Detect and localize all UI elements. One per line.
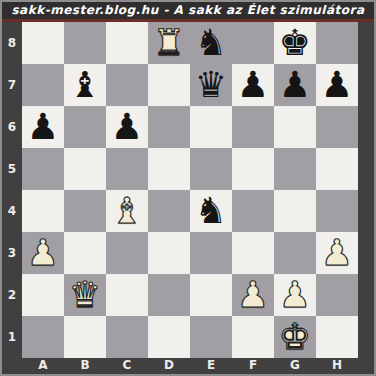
square-f4[interactable]: [232, 190, 274, 232]
file-label-C: C: [106, 358, 148, 374]
rank-label-7: 7: [2, 64, 22, 106]
chess-diagram-window: sakk-mester.blog.hu - A sakk az Élet szi…: [0, 0, 376, 376]
square-b3[interactable]: [64, 232, 106, 274]
square-g1[interactable]: ♚: [274, 316, 316, 358]
square-e3[interactable]: [190, 232, 232, 274]
square-d4[interactable]: [148, 190, 190, 232]
square-g7[interactable]: ♟: [274, 64, 316, 106]
square-h6[interactable]: [316, 106, 358, 148]
square-b2[interactable]: ♛: [64, 274, 106, 316]
square-b7[interactable]: ♝: [64, 64, 106, 106]
square-h5[interactable]: [316, 148, 358, 190]
square-h1[interactable]: [316, 316, 358, 358]
square-b5[interactable]: [64, 148, 106, 190]
square-d2[interactable]: [148, 274, 190, 316]
square-c4[interactable]: ♝: [106, 190, 148, 232]
square-d3[interactable]: [148, 232, 190, 274]
file-label-H: H: [316, 358, 358, 374]
right-gutter: [358, 22, 374, 358]
square-a6[interactable]: ♟: [22, 106, 64, 148]
square-c5[interactable]: [106, 148, 148, 190]
white-pawn-piece[interactable]: ♟: [321, 232, 353, 274]
square-g8[interactable]: ♚: [274, 22, 316, 64]
square-f5[interactable]: [232, 148, 274, 190]
chess-board: ♜♞♚♝♛♟♟♟♟♟♝♞♟♟♛♟♟♚: [22, 22, 358, 358]
square-f1[interactable]: [232, 316, 274, 358]
square-d8[interactable]: ♜: [148, 22, 190, 64]
white-pawn-piece[interactable]: ♟: [279, 274, 311, 316]
square-h4[interactable]: [316, 190, 358, 232]
square-c1[interactable]: [106, 316, 148, 358]
square-c3[interactable]: [106, 232, 148, 274]
file-label-E: E: [190, 358, 232, 374]
square-d5[interactable]: [148, 148, 190, 190]
file-label-A: A: [22, 358, 64, 374]
board-area: 87654321 ♜♞♚♝♛♟♟♟♟♟♝♞♟♟♛♟♟♚: [2, 22, 374, 358]
rank-label-4: 4: [2, 190, 22, 232]
black-king-piece[interactable]: ♚: [279, 22, 311, 64]
rank-label-1: 1: [2, 316, 22, 358]
white-rook-piece[interactable]: ♜: [153, 22, 185, 64]
black-knight-piece[interactable]: ♞: [195, 190, 227, 232]
square-h2[interactable]: [316, 274, 358, 316]
rank-label-5: 5: [2, 148, 22, 190]
square-a2[interactable]: [22, 274, 64, 316]
square-e6[interactable]: [190, 106, 232, 148]
square-f6[interactable]: [232, 106, 274, 148]
black-knight-piece[interactable]: ♞: [195, 22, 227, 64]
square-f7[interactable]: ♟: [232, 64, 274, 106]
square-b4[interactable]: [64, 190, 106, 232]
square-c6[interactable]: ♟: [106, 106, 148, 148]
rank-label-3: 3: [2, 232, 22, 274]
black-bishop-piece[interactable]: ♝: [69, 64, 101, 106]
square-a3[interactable]: ♟: [22, 232, 64, 274]
white-bishop-piece[interactable]: ♝: [111, 190, 143, 232]
rank-label-2: 2: [2, 274, 22, 316]
page-title: sakk-mester.blog.hu - A sakk az Élet szi…: [11, 3, 364, 17]
white-queen-piece[interactable]: ♛: [69, 274, 101, 316]
rank-label-8: 8: [2, 22, 22, 64]
white-pawn-piece[interactable]: ♟: [237, 274, 269, 316]
square-g6[interactable]: [274, 106, 316, 148]
square-d6[interactable]: [148, 106, 190, 148]
square-c2[interactable]: [106, 274, 148, 316]
square-c8[interactable]: [106, 22, 148, 64]
square-b1[interactable]: [64, 316, 106, 358]
square-f8[interactable]: [232, 22, 274, 64]
black-pawn-piece[interactable]: ♟: [279, 64, 311, 106]
square-b6[interactable]: [64, 106, 106, 148]
square-f3[interactable]: [232, 232, 274, 274]
file-label-D: D: [148, 358, 190, 374]
title-bar: sakk-mester.blog.hu - A sakk az Élet szi…: [2, 2, 374, 19]
square-e5[interactable]: [190, 148, 232, 190]
square-e7[interactable]: ♛: [190, 64, 232, 106]
square-e4[interactable]: ♞: [190, 190, 232, 232]
square-c7[interactable]: [106, 64, 148, 106]
square-b8[interactable]: [64, 22, 106, 64]
square-e1[interactable]: [190, 316, 232, 358]
black-pawn-piece[interactable]: ♟: [321, 64, 353, 106]
square-a4[interactable]: [22, 190, 64, 232]
square-h7[interactable]: ♟: [316, 64, 358, 106]
square-a1[interactable]: [22, 316, 64, 358]
white-king-piece[interactable]: ♚: [279, 316, 311, 358]
black-pawn-piece[interactable]: ♟: [27, 106, 59, 148]
square-h3[interactable]: ♟: [316, 232, 358, 274]
rank-coordinates: 87654321: [2, 22, 22, 358]
square-e8[interactable]: ♞: [190, 22, 232, 64]
square-a7[interactable]: [22, 64, 64, 106]
white-pawn-piece[interactable]: ♟: [27, 232, 59, 274]
square-e2[interactable]: [190, 274, 232, 316]
black-queen-piece[interactable]: ♛: [195, 64, 227, 106]
file-label-G: G: [274, 358, 316, 374]
square-d1[interactable]: [148, 316, 190, 358]
square-g3[interactable]: [274, 232, 316, 274]
file-coordinates: ABCDEFGH: [2, 358, 374, 374]
file-label-F: F: [232, 358, 274, 374]
black-pawn-piece[interactable]: ♟: [111, 106, 143, 148]
square-a8[interactable]: [22, 22, 64, 64]
square-d7[interactable]: [148, 64, 190, 106]
file-label-B: B: [64, 358, 106, 374]
square-g2[interactable]: ♟: [274, 274, 316, 316]
square-h8[interactable]: [316, 22, 358, 64]
square-g4[interactable]: [274, 190, 316, 232]
black-pawn-piece[interactable]: ♟: [237, 64, 269, 106]
square-g5[interactable]: [274, 148, 316, 190]
square-a5[interactable]: [22, 148, 64, 190]
rank-label-6: 6: [2, 106, 22, 148]
square-f2[interactable]: ♟: [232, 274, 274, 316]
